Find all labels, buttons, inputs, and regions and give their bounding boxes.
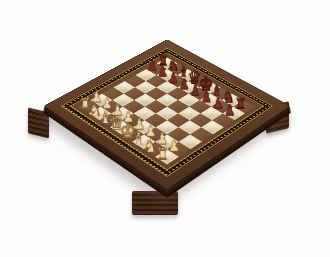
chess-board-frame: ♜♞♝♛♚♝♞♜♟♟♟♟♟♟♟♟♟♟♟♟♟♟♟♟♜♞♝♛♚♝♞♜	[43, 39, 290, 190]
board-margin: ♜♞♝♛♚♝♞♜♟♟♟♟♟♟♟♟♟♟♟♟♟♟♟♟♜♞♝♛♚♝♞♜	[70, 52, 264, 170]
board-foot-left	[28, 107, 49, 138]
mosaic-inlay-border: ♜♞♝♛♚♝♞♜♟♟♟♟♟♟♟♟♟♟♟♟♟♟♟♟♜♞♝♛♚♝♞♜	[61, 48, 273, 177]
chess-set-photo: ♜♞♝♛♚♝♞♜♟♟♟♟♟♟♟♟♟♟♟♟♟♟♟♟♜♞♝♛♚♝♞♜	[0, 0, 330, 257]
square-c6	[156, 81, 177, 94]
board-foot-front	[132, 191, 178, 215]
squares-grid	[79, 58, 256, 165]
